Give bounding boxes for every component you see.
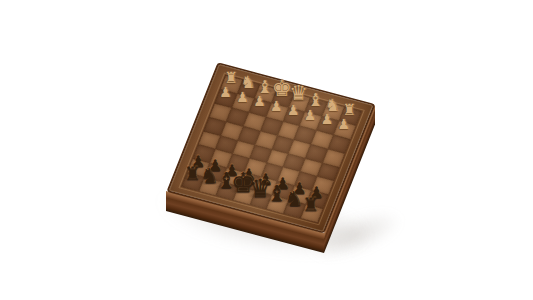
board-squares-grid: [181, 75, 362, 224]
product-photo-stage: ♜♞♝♛♚♝♞♜♟♟♟♟♟♟♟♟♟♟♟♟♟♟♟♟♜♞♝♛♚♝♞♜: [0, 0, 533, 300]
square-a8: [301, 205, 322, 222]
